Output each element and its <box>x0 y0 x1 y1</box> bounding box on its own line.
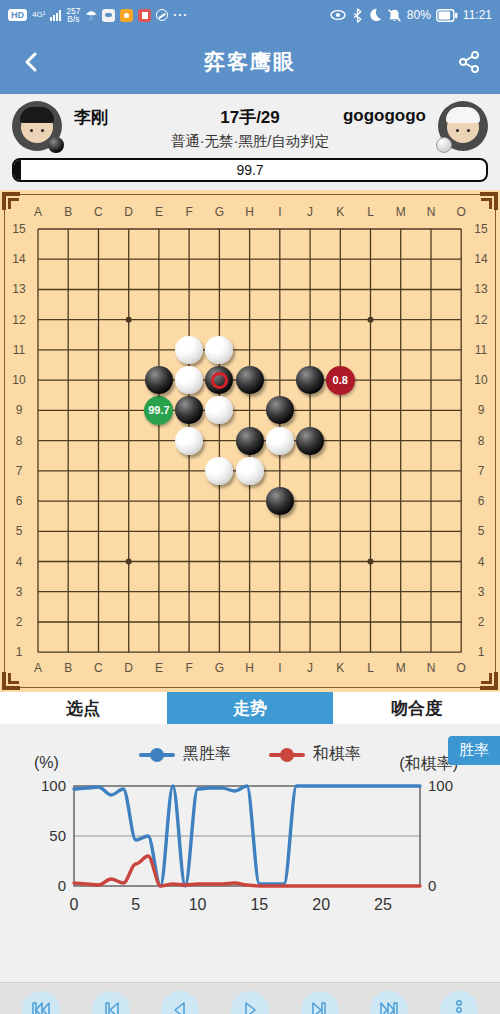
more-notifications-icon: ··· <box>173 8 188 22</box>
browser-icon <box>156 9 168 21</box>
navigation-toolbar <box>0 982 500 1014</box>
coord-label: 3 <box>478 585 485 599</box>
coord-label: 2 <box>16 615 23 629</box>
forward-to-end-button[interactable] <box>370 991 408 1014</box>
moon-icon <box>368 8 382 22</box>
stone-black-E10 <box>145 366 173 394</box>
svg-text:10: 10 <box>189 896 207 913</box>
forward-to-end-icon <box>377 998 401 1014</box>
stone-black-I6 <box>266 487 294 515</box>
legend-label: 和棋率 <box>313 744 361 765</box>
coord-label: 1 <box>478 645 485 659</box>
coord-label: 12 <box>474 313 487 327</box>
stone-black-J10 <box>296 366 324 394</box>
back-branch-icon <box>99 998 123 1014</box>
trend-chart: 05010001000510152025 <box>0 778 500 932</box>
stone-white-I8 <box>266 427 294 455</box>
svg-text:0: 0 <box>428 877 436 894</box>
svg-text:25: 25 <box>374 896 392 913</box>
coord-label: 4 <box>478 555 485 569</box>
stone-white-F10 <box>175 366 203 394</box>
coord-label: 14 <box>474 252 487 266</box>
suggestion-badge-K10[interactable]: 0.8 <box>326 366 355 395</box>
coord-label: 6 <box>478 494 485 508</box>
coord-label: 15 <box>474 222 487 236</box>
stone-white-G11 <box>205 336 233 364</box>
forward-branch-button[interactable] <box>301 991 339 1014</box>
mute-bell-icon <box>387 8 402 23</box>
app-header: 弈客鹰眼 <box>0 30 500 94</box>
stone-white-H7 <box>236 457 264 485</box>
battery-icon <box>436 9 458 22</box>
coord-label: 3 <box>16 585 23 599</box>
tab-move-suggestions[interactable]: 选点 <box>0 692 167 724</box>
hd-badge: HD <box>8 9 27 21</box>
legend-black-win-rate: 黑胜率 <box>139 744 231 765</box>
tab-match-rate[interactable]: 吻合度 <box>333 692 500 724</box>
blue-line-icon <box>139 748 175 762</box>
step-back-icon <box>168 998 192 1014</box>
stones-layer: 99.70.8 <box>23 214 476 667</box>
win-rate-value: 99.7 <box>236 162 263 178</box>
coord-label: 9 <box>16 403 23 417</box>
stone-black-H10 <box>236 366 264 394</box>
win-rate-bar: 99.7 <box>12 158 488 182</box>
coord-label: 7 <box>478 464 485 478</box>
coord-label: 10 <box>474 373 487 387</box>
coord-label: 8 <box>478 434 485 448</box>
white-player-name: gogogogo <box>343 106 426 126</box>
coord-label: 1 <box>16 645 23 659</box>
coord-label: 8 <box>16 434 23 448</box>
y-axis-unit-label: (%) <box>34 754 59 772</box>
share-button[interactable] <box>452 44 488 80</box>
coord-label: 6 <box>16 494 23 508</box>
last-move-marker <box>211 372 228 389</box>
svg-text:50: 50 <box>49 827 66 844</box>
umbrella-icon: ☂ <box>86 9 98 22</box>
rewind-to-start-button[interactable] <box>22 991 60 1014</box>
svg-text:5: 5 <box>131 896 140 913</box>
eye-icon <box>329 8 347 22</box>
svg-text:20: 20 <box>312 896 330 913</box>
step-back-button[interactable] <box>161 991 199 1014</box>
network-speed: 257 B/s <box>66 7 80 24</box>
tab-trend[interactable]: 走势 <box>167 692 334 724</box>
status-bar: HD 4G¹ 257 B/s ☂ ··· 80% 11:21 <box>0 0 500 30</box>
coord-label: 5 <box>478 524 485 538</box>
network-type-label: 4G¹ <box>32 11 45 19</box>
page-title: 弈客鹰眼 <box>204 48 296 76</box>
stone-black-F9 <box>175 396 203 424</box>
suggestion-badge-E9[interactable]: 99.7 <box>144 396 173 425</box>
rule-info: 普通·无禁·黑胜/自动判定 <box>0 132 500 151</box>
more-options-button[interactable] <box>440 991 478 1014</box>
red-app-icon <box>138 9 151 22</box>
player-section: 李刚 17手/29 gogogogo 普通·无禁·黑胜/自动判定 99.7 <box>0 94 500 182</box>
coord-label: 4 <box>16 555 23 569</box>
orange-app-icon <box>120 9 133 22</box>
win-rate-toggle-button[interactable]: 胜率 <box>448 736 500 765</box>
tab-bar: 选点 走势 吻合度 <box>0 692 500 724</box>
coord-label: 5 <box>16 524 23 538</box>
coord-label: 13 <box>474 282 487 296</box>
rewind-to-start-icon <box>29 998 53 1014</box>
back-button[interactable] <box>14 44 50 80</box>
speed-unit: B/s <box>67 15 79 24</box>
stone-white-G7 <box>205 457 233 485</box>
coord-label: 7 <box>16 464 23 478</box>
signal-icon <box>50 10 61 21</box>
back-chevron-icon <box>21 51 43 73</box>
stone-black-J8 <box>296 427 324 455</box>
stone-white-G9 <box>205 396 233 424</box>
coord-label: 2 <box>478 615 485 629</box>
stone-white-F8 <box>175 427 203 455</box>
forward-branch-icon <box>308 998 332 1014</box>
bluetooth-icon <box>352 8 363 23</box>
svg-text:100: 100 <box>428 778 453 794</box>
svg-text:15: 15 <box>250 896 268 913</box>
svg-text:0: 0 <box>58 877 66 894</box>
share-nodes-icon <box>458 50 482 74</box>
svg-text:100: 100 <box>41 778 66 794</box>
avatar-hat <box>446 107 480 123</box>
stone-black-G10 <box>205 366 233 394</box>
goban[interactable]: AABBCCDDEEFFGGHHIIJJKKLLMMNNOO1515141413… <box>0 190 500 692</box>
red-line-icon <box>269 748 305 762</box>
chat-app-icon <box>102 9 115 22</box>
legend-label: 黑胜率 <box>183 744 231 765</box>
back-branch-button[interactable] <box>92 991 130 1014</box>
coord-label: 9 <box>478 403 485 417</box>
legend-draw-rate: 和棋率 <box>269 744 361 765</box>
clock-time: 11:21 <box>463 8 492 22</box>
coord-label: 11 <box>475 343 487 357</box>
more-options-icon <box>447 998 471 1014</box>
stone-black-I9 <box>266 396 294 424</box>
battery-percent: 80% <box>407 8 431 22</box>
step-forward-icon <box>238 998 262 1014</box>
svg-text:0: 0 <box>70 896 79 913</box>
win-rate-chart-panel: 黑胜率 和棋率 (%) (和棋率) 胜率 0501000100051015202… <box>0 724 500 982</box>
stone-black-H8 <box>236 427 264 455</box>
stone-white-F11 <box>175 336 203 364</box>
step-forward-button[interactable] <box>231 991 269 1014</box>
